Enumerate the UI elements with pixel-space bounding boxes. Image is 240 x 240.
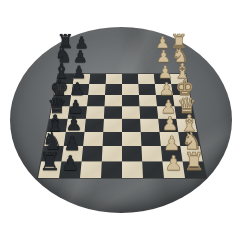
board-square[interactable] — [82, 146, 103, 161]
board-square[interactable] — [86, 106, 105, 118]
board-square[interactable] — [122, 106, 140, 118]
black-pawn-piece[interactable]: ♟ — [61, 153, 79, 173]
board-square[interactable] — [88, 84, 105, 95]
board-square[interactable] — [122, 161, 143, 178]
board-square[interactable] — [141, 132, 161, 146]
board-square[interactable] — [104, 106, 122, 118]
board-square[interactable] — [139, 106, 158, 118]
board-square[interactable] — [139, 95, 157, 107]
white-rook-piece[interactable]: ♜ — [183, 150, 205, 174]
board-square[interactable] — [102, 146, 122, 161]
board-square[interactable] — [141, 146, 162, 161]
board-square[interactable] — [140, 119, 159, 132]
board-square[interactable] — [83, 132, 103, 146]
board-square[interactable] — [85, 119, 104, 132]
board-square[interactable] — [122, 132, 141, 146]
board-square[interactable] — [103, 132, 122, 146]
board-square[interactable] — [103, 119, 122, 132]
board-square[interactable] — [122, 84, 139, 95]
board-square[interactable] — [80, 161, 102, 178]
black-rook-piece[interactable]: ♜ — [39, 150, 61, 174]
board-square[interactable] — [122, 146, 142, 161]
board-square[interactable] — [101, 161, 122, 178]
board-square[interactable] — [142, 161, 164, 178]
board-square[interactable] — [122, 74, 138, 84]
board-square[interactable] — [138, 74, 155, 84]
white-pawn-piece[interactable]: ♟ — [165, 153, 183, 173]
board-square[interactable] — [105, 84, 122, 95]
board-square[interactable] — [138, 84, 155, 95]
board-square[interactable] — [105, 95, 122, 107]
chess-set-photo: ♜♟♟♜♞♟♟♞♝♟♟♝♚♟♟♚♛♟♟♛♝♟♟♝♞♟♟♞♜♟♟♜ — [0, 0, 240, 240]
board-square[interactable] — [122, 119, 141, 132]
board-square[interactable] — [89, 74, 106, 84]
board-square[interactable] — [106, 74, 122, 84]
board-square[interactable] — [122, 95, 139, 107]
board-square[interactable] — [87, 95, 105, 107]
